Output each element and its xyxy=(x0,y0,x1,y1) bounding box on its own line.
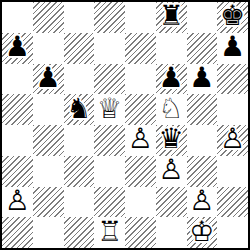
black-knight: ♞♞ xyxy=(64,94,95,125)
square-d1[interactable]: ♜♖ xyxy=(94,217,125,248)
black-pawn: ♟♟ xyxy=(2,33,33,64)
square-f1[interactable] xyxy=(156,217,187,248)
square-b5[interactable] xyxy=(33,94,64,125)
square-e4[interactable]: ♟♙ xyxy=(125,125,156,156)
square-b8[interactable] xyxy=(33,2,64,33)
square-h8[interactable]: ♚♚ xyxy=(217,2,248,33)
square-g7[interactable] xyxy=(187,33,218,64)
square-c6[interactable] xyxy=(64,64,95,95)
square-b2[interactable] xyxy=(33,187,64,218)
square-a4[interactable] xyxy=(2,125,33,156)
square-g5[interactable] xyxy=(187,94,218,125)
square-f4[interactable]: ♛♛ xyxy=(156,125,187,156)
square-e8[interactable] xyxy=(125,2,156,33)
white-pawn: ♟♙ xyxy=(156,156,187,187)
square-a8[interactable] xyxy=(2,2,33,33)
square-h2[interactable] xyxy=(217,187,248,218)
white-pawn: ♟♙ xyxy=(187,187,218,218)
square-c4[interactable] xyxy=(64,125,95,156)
square-f2[interactable] xyxy=(156,187,187,218)
square-e5[interactable] xyxy=(125,94,156,125)
square-a6[interactable] xyxy=(2,64,33,95)
black-king: ♚♚ xyxy=(217,2,248,33)
square-g1[interactable]: ♚♔ xyxy=(187,217,218,248)
square-c5[interactable]: ♞♞ xyxy=(64,94,95,125)
square-f8[interactable]: ♜♜ xyxy=(156,2,187,33)
square-e7[interactable] xyxy=(125,33,156,64)
square-c2[interactable] xyxy=(64,187,95,218)
black-pawn: ♟♟ xyxy=(33,64,64,95)
square-e1[interactable] xyxy=(125,217,156,248)
black-queen: ♛♛ xyxy=(156,125,187,156)
square-c1[interactable] xyxy=(64,217,95,248)
square-d6[interactable] xyxy=(94,64,125,95)
white-pawn: ♟♙ xyxy=(217,125,248,156)
square-h7[interactable]: ♟♟ xyxy=(217,33,248,64)
square-d4[interactable] xyxy=(94,125,125,156)
square-b7[interactable] xyxy=(33,33,64,64)
square-e2[interactable] xyxy=(125,187,156,218)
square-a1[interactable] xyxy=(2,217,33,248)
square-h3[interactable] xyxy=(217,156,248,187)
black-pawn: ♟♟ xyxy=(156,64,187,95)
white-pawn: ♟♙ xyxy=(125,125,156,156)
square-h4[interactable]: ♟♙ xyxy=(217,125,248,156)
square-f7[interactable] xyxy=(156,33,187,64)
square-d7[interactable] xyxy=(94,33,125,64)
square-f6[interactable]: ♟♟ xyxy=(156,64,187,95)
square-b4[interactable] xyxy=(33,125,64,156)
square-g4[interactable] xyxy=(187,125,218,156)
square-h5[interactable] xyxy=(217,94,248,125)
square-c7[interactable] xyxy=(64,33,95,64)
square-e6[interactable] xyxy=(125,64,156,95)
black-pawn: ♟♟ xyxy=(187,64,218,95)
square-g6[interactable]: ♟♟ xyxy=(187,64,218,95)
square-g2[interactable]: ♟♙ xyxy=(187,187,218,218)
square-e3[interactable] xyxy=(125,156,156,187)
white-knight: ♞♘ xyxy=(156,94,187,125)
square-h6[interactable] xyxy=(217,64,248,95)
chess-board: ♜♜♚♚♟♟♟♟♟♟♟♟♟♟♞♞♛♕♞♘♟♙♛♛♟♙♟♙♟♙♟♙♜♖♚♔ xyxy=(0,0,250,250)
square-f5[interactable]: ♞♘ xyxy=(156,94,187,125)
square-d8[interactable] xyxy=(94,2,125,33)
square-c8[interactable] xyxy=(64,2,95,33)
square-g3[interactable] xyxy=(187,156,218,187)
white-queen: ♛♕ xyxy=(94,94,125,125)
black-rook: ♜♜ xyxy=(156,2,187,33)
white-king: ♚♔ xyxy=(187,217,218,248)
square-b1[interactable] xyxy=(33,217,64,248)
square-b6[interactable]: ♟♟ xyxy=(33,64,64,95)
square-d3[interactable] xyxy=(94,156,125,187)
square-a5[interactable] xyxy=(2,94,33,125)
square-a7[interactable]: ♟♟ xyxy=(2,33,33,64)
square-a3[interactable] xyxy=(2,156,33,187)
square-a2[interactable]: ♟♙ xyxy=(2,187,33,218)
square-d2[interactable] xyxy=(94,187,125,218)
square-d5[interactable]: ♛♕ xyxy=(94,94,125,125)
square-b3[interactable] xyxy=(33,156,64,187)
white-rook: ♜♖ xyxy=(94,217,125,248)
white-pawn: ♟♙ xyxy=(2,187,33,218)
square-g8[interactable] xyxy=(187,2,218,33)
square-h1[interactable] xyxy=(217,217,248,248)
square-c3[interactable] xyxy=(64,156,95,187)
square-f3[interactable]: ♟♙ xyxy=(156,156,187,187)
black-pawn: ♟♟ xyxy=(217,33,248,64)
